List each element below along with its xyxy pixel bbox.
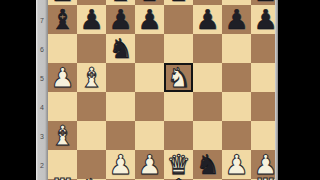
black-knight-c6: ♞ bbox=[108, 34, 132, 63]
square-b3[interactable] bbox=[77, 121, 106, 150]
square-e7[interactable] bbox=[164, 5, 193, 34]
rank-label-4: 4 bbox=[36, 103, 48, 110]
square-g7[interactable]: ♟ bbox=[222, 5, 251, 34]
square-d2[interactable]: ♟ bbox=[135, 150, 164, 179]
square-e4[interactable] bbox=[164, 92, 193, 121]
square-d3[interactable] bbox=[135, 121, 164, 150]
square-g6[interactable] bbox=[222, 34, 251, 63]
white-pawn-g2: ♟ bbox=[224, 150, 248, 179]
black-knight-f2: ♞ bbox=[195, 150, 219, 179]
square-d4[interactable] bbox=[135, 92, 164, 121]
square-e5[interactable]: ♞ bbox=[164, 63, 193, 92]
square-a6[interactable] bbox=[48, 34, 77, 63]
square-g5[interactable] bbox=[222, 63, 251, 92]
square-c4[interactable] bbox=[106, 92, 135, 121]
black-pawn-d7: ♟ bbox=[137, 5, 161, 34]
square-f3[interactable] bbox=[193, 121, 222, 150]
square-e1[interactable]: ♚ bbox=[164, 179, 193, 180]
rank-label-strip: 765432 bbox=[36, 0, 48, 180]
square-g4[interactable] bbox=[222, 92, 251, 121]
black-pawn-h7: ♟ bbox=[253, 5, 277, 34]
letterbox-right-bar bbox=[278, 0, 320, 180]
square-c5[interactable] bbox=[106, 63, 135, 92]
square-c2[interactable]: ♟ bbox=[106, 150, 135, 179]
square-f4[interactable] bbox=[193, 92, 222, 121]
square-c3[interactable] bbox=[106, 121, 135, 150]
black-bishop-a7: ♝ bbox=[50, 5, 74, 34]
square-g2[interactable]: ♟ bbox=[222, 150, 251, 179]
rank-label-2: 2 bbox=[36, 161, 48, 168]
white-pawn-a5: ♟ bbox=[50, 63, 74, 92]
square-d1[interactable] bbox=[135, 179, 164, 180]
square-d6[interactable] bbox=[135, 34, 164, 63]
white-knight-e5: ♞ bbox=[166, 63, 190, 92]
square-d7[interactable]: ♟ bbox=[135, 5, 164, 34]
black-pawn-f7: ♟ bbox=[195, 5, 219, 34]
square-b5[interactable]: ♝ bbox=[77, 63, 106, 92]
white-bishop-a3: ♝ bbox=[50, 121, 74, 150]
square-f6[interactable] bbox=[193, 34, 222, 63]
white-king-e1: ♚ bbox=[166, 174, 190, 180]
square-a7[interactable]: ♝ bbox=[48, 5, 77, 34]
square-c1[interactable] bbox=[106, 179, 135, 180]
square-b7[interactable]: ♟ bbox=[77, 5, 106, 34]
white-knight-b1: ♞ bbox=[79, 174, 103, 180]
square-c7[interactable]: ♟ bbox=[106, 5, 135, 34]
rank-label-3: 3 bbox=[36, 132, 48, 139]
square-f5[interactable] bbox=[193, 63, 222, 92]
square-e3[interactable] bbox=[164, 121, 193, 150]
white-bishop-b5: ♝ bbox=[79, 63, 103, 92]
square-d5[interactable] bbox=[135, 63, 164, 92]
black-pawn-c7: ♟ bbox=[108, 5, 132, 34]
white-rook-h1: ♜ bbox=[253, 174, 277, 180]
black-pawn-b7: ♟ bbox=[79, 5, 103, 34]
square-c6[interactable]: ♞ bbox=[106, 34, 135, 63]
square-e6[interactable] bbox=[164, 34, 193, 63]
white-rook-a1: ♜ bbox=[50, 174, 74, 180]
square-g1[interactable] bbox=[222, 179, 251, 180]
square-f1[interactable] bbox=[193, 179, 222, 180]
square-a4[interactable] bbox=[48, 92, 77, 121]
chess-board: ♜♝♛♚♜♝♟♟♟♟♟♟♞♟♝♞♝♟♟♛♞♟♟♜♞♚♜ bbox=[48, 0, 280, 180]
letterbox-left-bar bbox=[0, 0, 36, 180]
rank-label-7: 7 bbox=[36, 16, 48, 23]
rank-label-6: 6 bbox=[36, 45, 48, 52]
square-a1[interactable]: ♜ bbox=[48, 179, 77, 180]
square-b4[interactable] bbox=[77, 92, 106, 121]
white-pawn-c2: ♟ bbox=[108, 150, 132, 179]
video-frame: 765432 ♜♝♛♚♜♝♟♟♟♟♟♟♞♟♝♞♝♟♟♛♞♟♟♜♞♚♜ bbox=[0, 0, 320, 180]
square-b1[interactable]: ♞ bbox=[77, 179, 106, 180]
square-g3[interactable] bbox=[222, 121, 251, 150]
square-b6[interactable] bbox=[77, 34, 106, 63]
rank-label-5: 5 bbox=[36, 74, 48, 81]
square-a3[interactable]: ♝ bbox=[48, 121, 77, 150]
white-pawn-d2: ♟ bbox=[137, 150, 161, 179]
square-a5[interactable]: ♟ bbox=[48, 63, 77, 92]
black-pawn-g7: ♟ bbox=[224, 5, 248, 34]
square-f2[interactable]: ♞ bbox=[193, 150, 222, 179]
square-f7[interactable]: ♟ bbox=[193, 5, 222, 34]
